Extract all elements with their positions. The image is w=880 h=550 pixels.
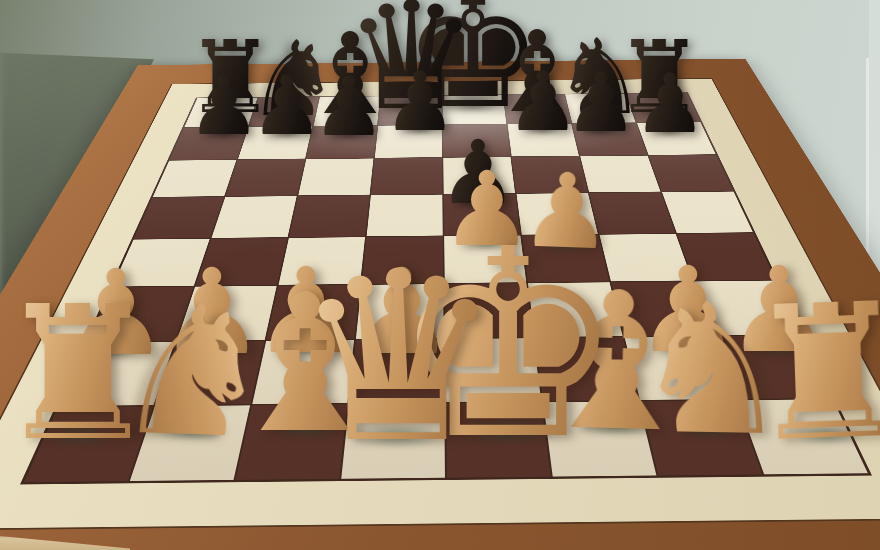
piece-white-rook-h1: ♜ bbox=[732, 277, 880, 468]
square-c6 bbox=[298, 158, 373, 195]
square-b6 bbox=[226, 159, 305, 196]
chess-photo-scene: ♜♞♝♛♚♝♞♜♟♟♟♟♟♟♟♟♟♟♟♟♟♟♟♟♜♞♝♛♚♝♞♜ bbox=[0, 0, 880, 550]
square-h6 bbox=[649, 155, 733, 192]
square-d6 bbox=[371, 158, 442, 195]
piece-white-queen-d1: ♛ bbox=[281, 240, 516, 475]
piece-white-rook-a1: ♜ bbox=[0, 282, 171, 467]
square-b5 bbox=[211, 196, 296, 238]
piece-black-pawn-h7: ♟ bbox=[629, 63, 711, 145]
square-a6 bbox=[153, 160, 237, 197]
square-a5 bbox=[134, 197, 224, 239]
piece-black-pawn-c7: ♟ bbox=[308, 66, 390, 148]
